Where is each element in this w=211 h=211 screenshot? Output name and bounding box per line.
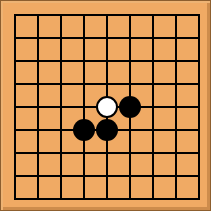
board-cell xyxy=(152,37,175,60)
board-cell xyxy=(37,14,60,37)
board-cell xyxy=(60,152,83,175)
board-cell xyxy=(14,14,37,37)
board-cell xyxy=(14,129,37,152)
board-cell xyxy=(106,175,129,198)
board-cell xyxy=(83,60,106,83)
board-cell xyxy=(152,83,175,106)
board-cell xyxy=(60,83,83,106)
board-cell xyxy=(83,152,106,175)
board-cell xyxy=(60,14,83,37)
board-cell xyxy=(60,60,83,83)
board-cell xyxy=(106,37,129,60)
board-cell xyxy=(37,60,60,83)
board-cell xyxy=(37,37,60,60)
board-cell xyxy=(14,152,37,175)
board-cell xyxy=(106,152,129,175)
board-cell xyxy=(14,83,37,106)
stone-white-e5 xyxy=(96,96,118,118)
stone-black-f5 xyxy=(119,96,141,118)
stone-black-d4 xyxy=(73,119,95,141)
board-cell xyxy=(175,83,198,106)
board-cell xyxy=(106,60,129,83)
board-cell xyxy=(175,152,198,175)
board-cell xyxy=(37,152,60,175)
board-cell xyxy=(175,129,198,152)
board-cell xyxy=(152,175,175,198)
board-cell xyxy=(129,60,152,83)
board-cell xyxy=(175,175,198,198)
board-cell xyxy=(175,106,198,129)
board-cell xyxy=(129,14,152,37)
go-board[interactable] xyxy=(0,0,211,211)
board-cell xyxy=(37,175,60,198)
board-cell xyxy=(14,106,37,129)
go-board-grid[interactable] xyxy=(14,14,200,200)
board-cell xyxy=(152,14,175,37)
board-cell xyxy=(60,175,83,198)
board-cell xyxy=(37,129,60,152)
board-cell xyxy=(83,37,106,60)
board-cell xyxy=(129,152,152,175)
board-cell xyxy=(175,37,198,60)
board-cell xyxy=(152,129,175,152)
board-cell xyxy=(152,152,175,175)
board-cell xyxy=(152,60,175,83)
board-cell xyxy=(175,60,198,83)
board-cell xyxy=(175,14,198,37)
board-cell xyxy=(14,175,37,198)
board-cell xyxy=(60,37,83,60)
stone-black-e4 xyxy=(96,119,118,141)
board-cell xyxy=(129,175,152,198)
board-cell xyxy=(129,37,152,60)
board-cell xyxy=(37,83,60,106)
board-cell xyxy=(83,14,106,37)
board-cell xyxy=(152,106,175,129)
board-cell xyxy=(129,129,152,152)
board-cell xyxy=(14,37,37,60)
board-cell xyxy=(106,14,129,37)
board-cell xyxy=(37,106,60,129)
board-cell xyxy=(83,175,106,198)
board-cell xyxy=(14,60,37,83)
